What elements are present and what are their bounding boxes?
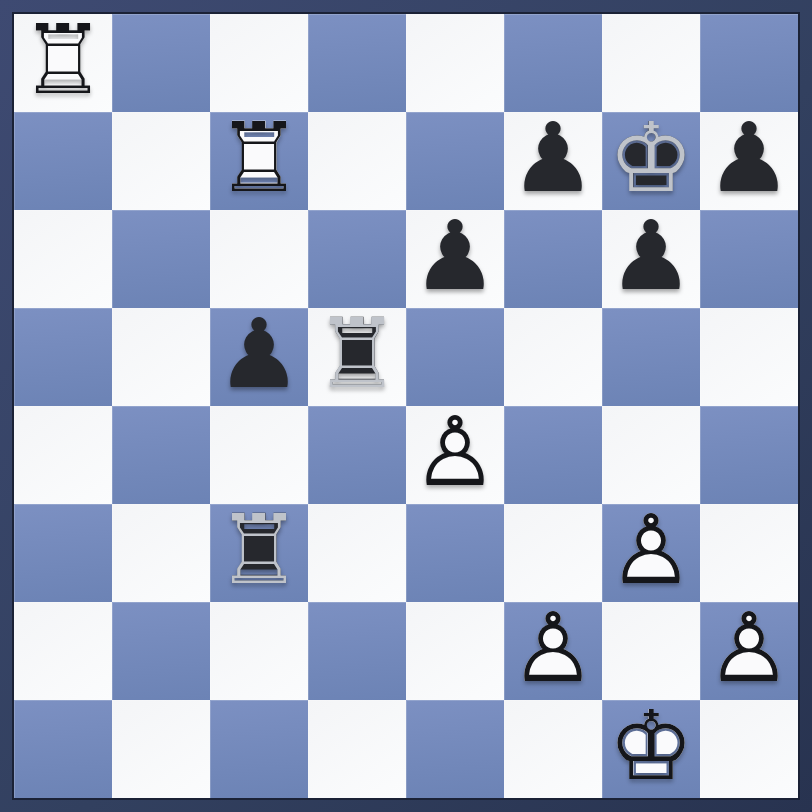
square-e7[interactable] (406, 112, 504, 210)
black-king-icon: ♚ (602, 109, 700, 207)
white-pawn[interactable]: ♟♙ (406, 406, 504, 504)
square-e3[interactable] (406, 504, 504, 602)
square-h1[interactable] (700, 700, 798, 798)
square-d2[interactable] (308, 602, 406, 700)
square-c6[interactable] (210, 210, 308, 308)
black-pawn[interactable]: ♟ (602, 210, 700, 308)
square-g2[interactable] (602, 602, 700, 700)
white-pawn[interactable]: ♟♙ (504, 602, 602, 700)
black-pawn-icon: ♟ (210, 305, 308, 403)
square-h8[interactable] (700, 14, 798, 112)
square-b3[interactable] (112, 504, 210, 602)
black-pawn[interactable]: ♟ (504, 112, 602, 210)
black-rook-icon: ♜ (210, 501, 308, 599)
square-f2[interactable]: ♟♙ (504, 602, 602, 700)
white-pawn[interactable]: ♟♙ (700, 602, 798, 700)
square-d6[interactable] (308, 210, 406, 308)
square-b1[interactable] (112, 700, 210, 798)
square-a8[interactable]: ♜♖ (14, 14, 112, 112)
square-b8[interactable] (112, 14, 210, 112)
white-rook-outline-icon: ♖ (14, 11, 112, 109)
white-rook-icon: ♜ (14, 11, 112, 109)
square-c7[interactable]: ♜♖ (210, 112, 308, 210)
square-g4[interactable] (602, 406, 700, 504)
white-pawn-icon: ♟ (602, 501, 700, 599)
square-a4[interactable] (14, 406, 112, 504)
square-e1[interactable] (406, 700, 504, 798)
black-pawn-icon: ♟ (504, 109, 602, 207)
square-c1[interactable] (210, 700, 308, 798)
chess-board: ♜♖♜♖♟♚♔♟♟♟♟♜♖♟♙♜♖♟♙♟♙♟♙♚♔ (14, 14, 798, 798)
black-pawn-icon: ♟ (700, 109, 798, 207)
white-rook[interactable]: ♜♖ (210, 112, 308, 210)
black-rook-detail-icon: ♖ (210, 501, 308, 599)
square-h6[interactable] (700, 210, 798, 308)
square-f5[interactable] (504, 308, 602, 406)
square-g3[interactable]: ♟♙ (602, 504, 700, 602)
white-king[interactable]: ♚♔ (602, 700, 700, 798)
square-a5[interactable] (14, 308, 112, 406)
square-f6[interactable] (504, 210, 602, 308)
white-pawn[interactable]: ♟♙ (602, 504, 700, 602)
square-e5[interactable] (406, 308, 504, 406)
square-e2[interactable] (406, 602, 504, 700)
square-f7[interactable]: ♟ (504, 112, 602, 210)
black-rook-detail-icon: ♖ (308, 305, 406, 403)
black-pawn[interactable]: ♟ (210, 308, 308, 406)
square-g5[interactable] (602, 308, 700, 406)
board-frame: ♜♖♜♖♟♚♔♟♟♟♟♜♖♟♙♜♖♟♙♟♙♟♙♚♔ (0, 0, 812, 812)
white-king-icon: ♚ (602, 697, 700, 795)
square-a1[interactable] (14, 700, 112, 798)
black-pawn-icon: ♟ (602, 207, 700, 305)
black-rook[interactable]: ♜♖ (308, 308, 406, 406)
white-rook[interactable]: ♜♖ (14, 14, 112, 112)
black-rook-icon: ♜ (308, 305, 406, 403)
square-a6[interactable] (14, 210, 112, 308)
white-pawn-icon: ♟ (700, 599, 798, 697)
white-pawn-outline-icon: ♙ (602, 501, 700, 599)
square-b6[interactable] (112, 210, 210, 308)
square-h5[interactable] (700, 308, 798, 406)
white-pawn-icon: ♟ (406, 403, 504, 501)
white-king-outline-icon: ♔ (602, 697, 700, 795)
square-g6[interactable]: ♟ (602, 210, 700, 308)
square-e4[interactable]: ♟♙ (406, 406, 504, 504)
square-g1[interactable]: ♚♔ (602, 700, 700, 798)
square-d7[interactable] (308, 112, 406, 210)
black-king[interactable]: ♚♔ (602, 112, 700, 210)
square-f3[interactable] (504, 504, 602, 602)
square-d5[interactable]: ♜♖ (308, 308, 406, 406)
white-pawn-outline-icon: ♙ (700, 599, 798, 697)
black-pawn[interactable]: ♟ (700, 112, 798, 210)
white-pawn-outline-icon: ♙ (406, 403, 504, 501)
square-f1[interactable] (504, 700, 602, 798)
black-rook[interactable]: ♜♖ (210, 504, 308, 602)
square-c4[interactable] (210, 406, 308, 504)
square-c2[interactable] (210, 602, 308, 700)
square-g8[interactable] (602, 14, 700, 112)
square-b7[interactable] (112, 112, 210, 210)
square-c3[interactable]: ♜♖ (210, 504, 308, 602)
square-h3[interactable] (700, 504, 798, 602)
square-d4[interactable] (308, 406, 406, 504)
square-h4[interactable] (700, 406, 798, 504)
white-rook-icon: ♜ (210, 109, 308, 207)
square-d3[interactable] (308, 504, 406, 602)
square-f8[interactable] (504, 14, 602, 112)
white-rook-outline-icon: ♖ (210, 109, 308, 207)
square-c5[interactable]: ♟ (210, 308, 308, 406)
square-e6[interactable]: ♟ (406, 210, 504, 308)
square-f4[interactable] (504, 406, 602, 504)
square-h7[interactable]: ♟ (700, 112, 798, 210)
square-d8[interactable] (308, 14, 406, 112)
square-b5[interactable] (112, 308, 210, 406)
square-d1[interactable] (308, 700, 406, 798)
white-pawn-outline-icon: ♙ (504, 599, 602, 697)
square-g7[interactable]: ♚♔ (602, 112, 700, 210)
square-h2[interactable]: ♟♙ (700, 602, 798, 700)
square-b2[interactable] (112, 602, 210, 700)
black-pawn-icon: ♟ (406, 207, 504, 305)
square-a3[interactable] (14, 504, 112, 602)
square-a2[interactable] (14, 602, 112, 700)
square-a7[interactable] (14, 112, 112, 210)
square-b4[interactable] (112, 406, 210, 504)
black-pawn[interactable]: ♟ (406, 210, 504, 308)
white-pawn-icon: ♟ (504, 599, 602, 697)
black-king-detail-icon: ♔ (602, 109, 700, 207)
square-c8[interactable] (210, 14, 308, 112)
square-e8[interactable] (406, 14, 504, 112)
